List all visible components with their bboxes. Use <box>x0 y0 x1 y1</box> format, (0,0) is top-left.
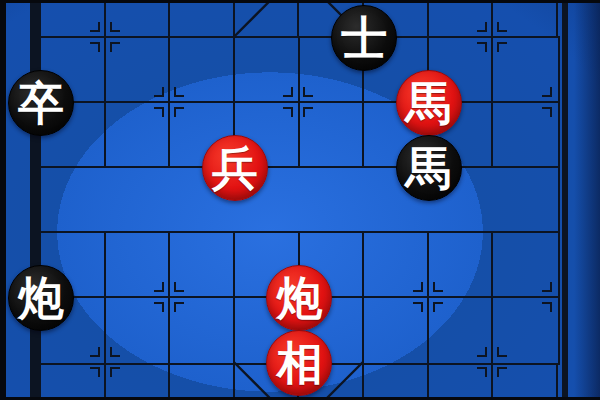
palace-diagonal <box>234 0 271 37</box>
piece-glyph: 卒 <box>18 72 64 134</box>
position-mark <box>303 87 313 97</box>
piece-glyph: 馬 <box>406 137 452 199</box>
position-mark <box>477 22 487 32</box>
file-line-stub <box>427 364 429 400</box>
file-line-stub <box>362 364 364 400</box>
file-line-stub <box>427 0 429 37</box>
position-mark <box>90 347 100 357</box>
position-mark <box>174 282 184 292</box>
piece-glyph: 馬 <box>406 72 452 134</box>
position-mark <box>110 367 120 377</box>
position-mark <box>413 302 423 312</box>
position-mark <box>174 107 184 117</box>
position-mark <box>433 282 443 292</box>
file-line-stub <box>556 364 558 400</box>
position-mark <box>154 87 164 97</box>
file-line-stub <box>233 0 235 37</box>
position-mark <box>542 87 552 97</box>
position-mark <box>283 107 293 117</box>
piece-black-cannon[interactable]: 炮 <box>8 265 74 331</box>
xiangqi-board[interactable]: 士卒馬兵馬炮炮相 <box>0 0 600 400</box>
position-mark <box>154 282 164 292</box>
piece-black-horse[interactable]: 馬 <box>396 135 462 201</box>
file-line-stub <box>491 0 493 37</box>
position-mark <box>497 347 507 357</box>
position-mark <box>477 367 487 377</box>
frame-right-vignette <box>574 0 600 400</box>
position-mark <box>110 42 120 52</box>
frame-top <box>0 0 600 3</box>
file-line-stub <box>168 364 170 400</box>
piece-glyph: 炮 <box>18 267 64 329</box>
piece-glyph: 兵 <box>212 137 258 199</box>
river <box>41 169 557 230</box>
position-mark <box>110 347 120 357</box>
position-mark <box>413 282 423 292</box>
piece-red-horse[interactable]: 馬 <box>396 70 462 136</box>
file-line-stub <box>491 364 493 400</box>
position-mark <box>90 42 100 52</box>
position-mark <box>433 302 443 312</box>
file-line-stub <box>104 364 106 400</box>
position-mark <box>154 107 164 117</box>
position-mark <box>174 302 184 312</box>
file-line-stub <box>556 0 558 37</box>
position-mark <box>477 42 487 52</box>
piece-red-elephant[interactable]: 相 <box>266 330 332 396</box>
position-mark <box>283 87 293 97</box>
piece-glyph: 相 <box>276 332 322 394</box>
position-mark <box>303 107 313 117</box>
position-mark <box>90 22 100 32</box>
frame-left <box>0 0 6 400</box>
position-mark <box>542 107 552 117</box>
position-mark <box>477 347 487 357</box>
file-line-stub <box>297 0 299 37</box>
file-line-stub <box>233 364 235 400</box>
board-right-border <box>562 0 568 400</box>
board-left-border <box>30 0 39 400</box>
position-mark <box>542 302 552 312</box>
position-mark <box>542 282 552 292</box>
position-mark <box>497 367 507 377</box>
piece-red-soldier[interactable]: 兵 <box>202 135 268 201</box>
piece-black-soldier[interactable]: 卒 <box>8 70 74 136</box>
position-mark <box>154 302 164 312</box>
position-mark <box>110 22 120 32</box>
piece-glyph: 炮 <box>276 267 322 329</box>
piece-black-advisor[interactable]: 士 <box>331 5 397 71</box>
file-line-stub <box>39 364 41 400</box>
file-line-stub <box>39 0 41 37</box>
position-mark <box>174 87 184 97</box>
position-mark <box>90 367 100 377</box>
file-line-stub <box>104 0 106 37</box>
piece-glyph: 士 <box>341 7 387 69</box>
position-mark <box>497 42 507 52</box>
position-mark <box>497 22 507 32</box>
piece-red-cannon[interactable]: 炮 <box>266 265 332 331</box>
file-line-stub <box>168 0 170 37</box>
